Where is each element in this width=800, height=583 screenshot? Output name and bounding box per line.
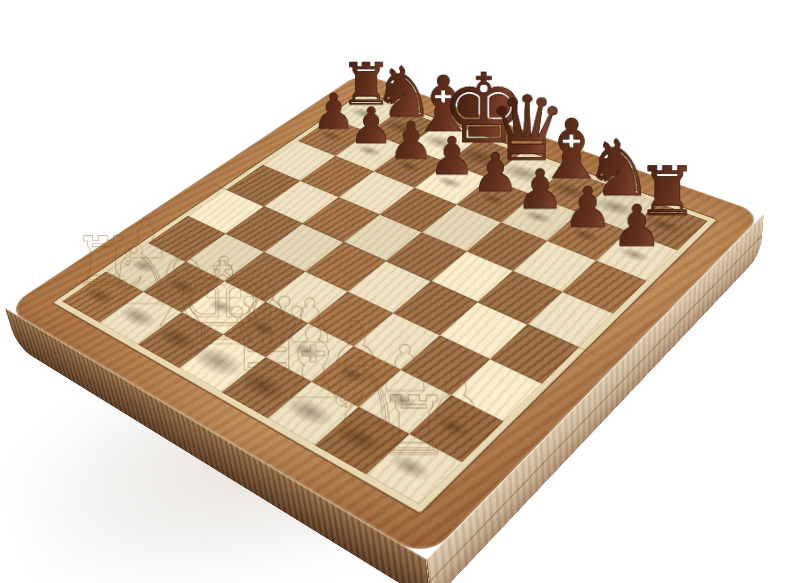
perspective-scene: ♜♞♝♚♛♝♞♜♟♟♟♟♟♟♟♟♟♟♟♟♟♟♟♟♜♞♝♚♛♝♞♜ bbox=[0, 0, 800, 583]
product-photo-stage: ♜♞♝♚♛♝♞♜♟♟♟♟♟♟♟♟♟♟♟♟♟♟♟♟♜♞♝♚♛♝♞♜ bbox=[0, 0, 800, 583]
white-rook: ♜ bbox=[330, 386, 498, 468]
chess-board-3d: ♜♞♝♚♛♝♞♜♟♟♟♟♟♟♟♟♟♟♟♟♟♟♟♟♜♞♝♚♛♝♞♜ bbox=[6, 72, 764, 558]
black-pawn: ♟ bbox=[565, 198, 708, 255]
